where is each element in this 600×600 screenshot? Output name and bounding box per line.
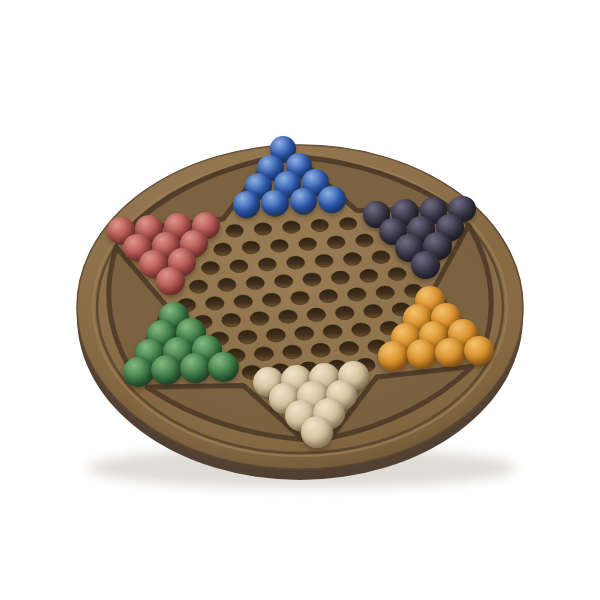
hole-r11-c8[interactable] (352, 323, 371, 337)
marble-red-r8-c1[interactable] (156, 267, 185, 295)
hole-r8-c9[interactable] (388, 268, 406, 281)
hole-r6-c6[interactable] (271, 239, 289, 252)
hole-r6-c4[interactable] (214, 243, 232, 256)
marble-orange-r13-c10[interactable] (378, 341, 409, 371)
hole-r9-c8[interactable] (376, 286, 394, 299)
hole-r6-c9[interactable] (356, 234, 374, 247)
hole-r7-c6[interactable] (287, 256, 305, 269)
marble-green-r13-c3[interactable] (180, 353, 211, 383)
hole-r10-c8[interactable] (364, 305, 383, 318)
hole-r9-c2[interactable] (206, 297, 224, 310)
hole-r9-c5[interactable] (291, 291, 309, 304)
hole-r6-c8[interactable] (327, 236, 345, 249)
marble-blue-r4-c4[interactable] (318, 186, 346, 213)
hole-r8-c3[interactable] (218, 278, 236, 291)
marble-blue-r4-c2[interactable] (261, 190, 289, 217)
hole-r9-c7[interactable] (348, 288, 366, 301)
hole-r10-c4[interactable] (250, 312, 269, 325)
hole-r9-c6[interactable] (319, 290, 337, 303)
hole-r12-c6[interactable] (283, 345, 302, 359)
hole-r9-c4[interactable] (262, 293, 280, 306)
hole-r7-c4[interactable] (230, 260, 248, 273)
hole-r6-c5[interactable] (242, 241, 260, 254)
hole-r5-c7[interactable] (283, 221, 300, 233)
marble-green-r13-c4[interactable] (208, 352, 239, 382)
hole-r7-c9[interactable] (372, 251, 390, 264)
hole-r12-c8[interactable] (339, 342, 358, 356)
hole-r7-c5[interactable] (258, 258, 276, 271)
hole-r10-c3[interactable] (222, 313, 241, 326)
hole-r8-c4[interactable] (246, 276, 264, 289)
hole-r10-c6[interactable] (307, 308, 326, 321)
hole-r11-c6[interactable] (295, 327, 314, 341)
marble-orange-r13-c12[interactable] (435, 338, 466, 368)
hole-r7-c7[interactable] (315, 254, 333, 267)
marble-green-r13-c1[interactable] (123, 357, 154, 387)
hole-r5-c8[interactable] (311, 219, 328, 231)
hole-r8-c8[interactable] (360, 269, 378, 282)
hole-r8-c7[interactable] (331, 271, 349, 284)
photo-stage (0, 0, 600, 600)
hole-r11-c4[interactable] (238, 330, 257, 344)
hole-r10-c7[interactable] (335, 306, 354, 319)
hole-r8-c6[interactable] (303, 273, 321, 286)
hole-r5-c9[interactable] (340, 217, 357, 229)
hole-r5-c5[interactable] (226, 225, 243, 238)
hole-r6-c7[interactable] (299, 238, 317, 251)
hole-r10-c5[interactable] (279, 310, 298, 323)
hole-r8-c5[interactable] (275, 275, 293, 288)
marble-black-r8-c10[interactable] (411, 251, 440, 279)
hole-r12-c5[interactable] (254, 347, 273, 361)
hole-r11-c5[interactable] (266, 328, 285, 342)
hole-r7-c3[interactable] (202, 262, 220, 275)
hole-r7-c8[interactable] (344, 253, 362, 266)
hole-r12-c7[interactable] (311, 343, 330, 357)
chinese-checkers-board (0, 0, 600, 600)
marble-natural-r17-c1[interactable] (301, 416, 333, 447)
hole-r8-c2[interactable] (189, 280, 207, 293)
hole-r5-c6[interactable] (254, 223, 271, 236)
hole-r11-c7[interactable] (323, 325, 342, 339)
hole-r9-c3[interactable] (234, 295, 252, 308)
